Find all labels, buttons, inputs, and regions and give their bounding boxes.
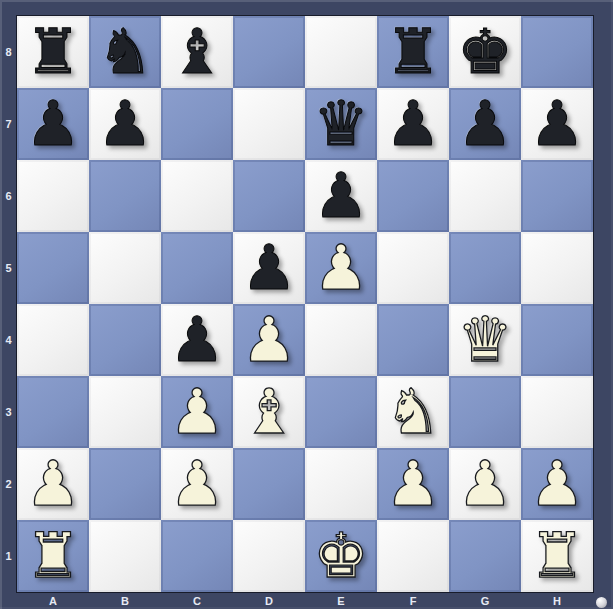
- chessboard[interactable]: ♜♞♝♜♚♟♟♛♟♟♟♟♟♟♟♟♛♟♝♞♟♟♟♟♟♜♚♜: [17, 16, 593, 592]
- square-a7[interactable]: ♟: [17, 88, 89, 160]
- square-f5[interactable]: [377, 232, 449, 304]
- piece-black-pawn: ♟: [241, 232, 297, 304]
- piece-white-pawn: ♟: [241, 304, 297, 376]
- rank-label-8: 8: [0, 16, 17, 88]
- square-g2[interactable]: ♟: [449, 448, 521, 520]
- piece-black-pawn: ♟: [169, 304, 225, 376]
- piece-black-knight: ♞: [97, 16, 153, 88]
- piece-black-bishop: ♝: [169, 16, 225, 88]
- square-d1[interactable]: [233, 520, 305, 592]
- square-c7[interactable]: [161, 88, 233, 160]
- square-g5[interactable]: [449, 232, 521, 304]
- square-g7[interactable]: ♟: [449, 88, 521, 160]
- piece-black-pawn: ♟: [385, 88, 441, 160]
- square-g3[interactable]: [449, 376, 521, 448]
- piece-black-pawn: ♟: [457, 88, 513, 160]
- chess-diagram: 87654321 ♜♞♝♜♚♟♟♛♟♟♟♟♟♟♟♟♛♟♝♞♟♟♟♟♟♜♚♜ AB…: [0, 0, 613, 609]
- square-f7[interactable]: ♟: [377, 88, 449, 160]
- square-d8[interactable]: [233, 16, 305, 88]
- square-b5[interactable]: [89, 232, 161, 304]
- rank-labels: 87654321: [0, 16, 17, 592]
- square-a2[interactable]: ♟: [17, 448, 89, 520]
- square-f6[interactable]: [377, 160, 449, 232]
- square-f4[interactable]: [377, 304, 449, 376]
- file-label-b: B: [89, 592, 161, 609]
- square-a3[interactable]: [17, 376, 89, 448]
- piece-black-pawn: ♟: [25, 88, 81, 160]
- square-f1[interactable]: [377, 520, 449, 592]
- square-d2[interactable]: [233, 448, 305, 520]
- square-d4[interactable]: ♟: [233, 304, 305, 376]
- square-c3[interactable]: ♟: [161, 376, 233, 448]
- square-b1[interactable]: [89, 520, 161, 592]
- square-e2[interactable]: [305, 448, 377, 520]
- rank-label-6: 6: [0, 160, 17, 232]
- square-c4[interactable]: ♟: [161, 304, 233, 376]
- square-d6[interactable]: [233, 160, 305, 232]
- piece-black-rook: ♜: [25, 16, 81, 88]
- square-e8[interactable]: [305, 16, 377, 88]
- file-labels: ABCDEFGH: [17, 592, 593, 609]
- square-a4[interactable]: [17, 304, 89, 376]
- rank-label-5: 5: [0, 232, 17, 304]
- square-d3[interactable]: ♝: [233, 376, 305, 448]
- square-e3[interactable]: [305, 376, 377, 448]
- piece-white-king: ♚: [313, 520, 369, 592]
- square-f8[interactable]: ♜: [377, 16, 449, 88]
- square-a6[interactable]: [17, 160, 89, 232]
- file-label-a: A: [17, 592, 89, 609]
- file-label-f: F: [377, 592, 449, 609]
- square-a1[interactable]: ♜: [17, 520, 89, 592]
- square-g6[interactable]: [449, 160, 521, 232]
- rank-label-1: 1: [0, 520, 17, 592]
- piece-black-rook: ♜: [385, 16, 441, 88]
- square-h4[interactable]: [521, 304, 593, 376]
- square-e7[interactable]: ♛: [305, 88, 377, 160]
- square-a5[interactable]: [17, 232, 89, 304]
- square-h1[interactable]: ♜: [521, 520, 593, 592]
- square-c8[interactable]: ♝: [161, 16, 233, 88]
- piece-white-queen: ♛: [457, 304, 513, 376]
- square-h8[interactable]: [521, 16, 593, 88]
- piece-black-queen: ♛: [313, 88, 369, 160]
- square-b3[interactable]: [89, 376, 161, 448]
- square-c6[interactable]: [161, 160, 233, 232]
- square-f2[interactable]: ♟: [377, 448, 449, 520]
- square-e1[interactable]: ♚: [305, 520, 377, 592]
- rank-label-2: 2: [0, 448, 17, 520]
- rank-label-4: 4: [0, 304, 17, 376]
- piece-black-pawn: ♟: [529, 88, 585, 160]
- square-h7[interactable]: ♟: [521, 88, 593, 160]
- square-b2[interactable]: [89, 448, 161, 520]
- square-b7[interactable]: ♟: [89, 88, 161, 160]
- piece-white-pawn: ♟: [169, 448, 225, 520]
- piece-black-king: ♚: [457, 16, 513, 88]
- piece-black-pawn: ♟: [97, 88, 153, 160]
- file-label-d: D: [233, 592, 305, 609]
- square-h3[interactable]: [521, 376, 593, 448]
- piece-white-pawn: ♟: [529, 448, 585, 520]
- file-label-g: G: [449, 592, 521, 609]
- square-e5[interactable]: ♟: [305, 232, 377, 304]
- file-label-c: C: [161, 592, 233, 609]
- piece-white-pawn: ♟: [385, 448, 441, 520]
- rank-label-7: 7: [0, 88, 17, 160]
- square-c5[interactable]: [161, 232, 233, 304]
- piece-white-rook: ♜: [529, 520, 585, 592]
- piece-white-pawn: ♟: [25, 448, 81, 520]
- piece-white-bishop: ♝: [241, 376, 297, 448]
- rank-label-3: 3: [0, 376, 17, 448]
- square-a8[interactable]: ♜: [17, 16, 89, 88]
- white-to-move-indicator: [596, 597, 607, 608]
- square-f3[interactable]: ♞: [377, 376, 449, 448]
- square-c1[interactable]: [161, 520, 233, 592]
- square-c2[interactable]: ♟: [161, 448, 233, 520]
- file-label-e: E: [305, 592, 377, 609]
- piece-white-knight: ♞: [385, 376, 441, 448]
- square-h6[interactable]: [521, 160, 593, 232]
- piece-white-rook: ♜: [25, 520, 81, 592]
- square-g8[interactable]: ♚: [449, 16, 521, 88]
- square-e4[interactable]: [305, 304, 377, 376]
- piece-white-pawn: ♟: [457, 448, 513, 520]
- square-d7[interactable]: [233, 88, 305, 160]
- square-h2[interactable]: ♟: [521, 448, 593, 520]
- square-b6[interactable]: [89, 160, 161, 232]
- square-g1[interactable]: [449, 520, 521, 592]
- square-b4[interactable]: [89, 304, 161, 376]
- square-d5[interactable]: ♟: [233, 232, 305, 304]
- file-label-h: H: [521, 592, 593, 609]
- square-g4[interactable]: ♛: [449, 304, 521, 376]
- piece-white-pawn: ♟: [313, 232, 369, 304]
- piece-white-pawn: ♟: [169, 376, 225, 448]
- square-h5[interactable]: [521, 232, 593, 304]
- square-e6[interactable]: ♟: [305, 160, 377, 232]
- square-b8[interactable]: ♞: [89, 16, 161, 88]
- piece-black-pawn: ♟: [313, 160, 369, 232]
